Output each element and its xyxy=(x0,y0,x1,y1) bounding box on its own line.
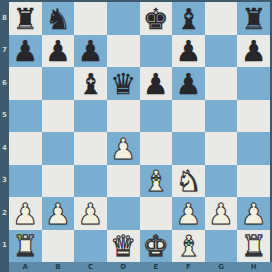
square-a8[interactable]: ♜ xyxy=(9,2,42,35)
square-a5[interactable] xyxy=(9,100,42,133)
file-label-c: C xyxy=(74,262,107,272)
square-e8[interactable]: ♚ xyxy=(140,2,173,35)
square-a2[interactable]: ♟ xyxy=(9,197,42,230)
square-b2[interactable]: ♟ xyxy=(42,197,75,230)
white-pawn-f2[interactable]: ♟ xyxy=(175,200,201,229)
rank-label-4: 4 xyxy=(0,132,9,165)
chess-board[interactable]: ♜♞♚♝♜♟♟♟♟♟♝♛♟♟♟♝♞♟♟♟♟♟♟♜♛♚♝♜ xyxy=(9,2,270,262)
square-h2[interactable]: ♟ xyxy=(237,197,270,230)
file-label-h: H xyxy=(237,262,270,272)
black-pawn-b7[interactable]: ♟ xyxy=(45,37,71,66)
square-e2[interactable] xyxy=(140,197,173,230)
square-e3[interactable]: ♝ xyxy=(140,165,173,198)
square-a3[interactable] xyxy=(9,165,42,198)
square-f2[interactable]: ♟ xyxy=(172,197,205,230)
square-f3[interactable]: ♞ xyxy=(172,165,205,198)
chess-board-frame: 87654321 ♜♞♚♝♜♟♟♟♟♟♝♛♟♟♟♝♞♟♟♟♟♟♟♜♛♚♝♜ AB… xyxy=(0,0,272,272)
square-h1[interactable]: ♜ xyxy=(237,230,270,263)
square-b8[interactable]: ♞ xyxy=(42,2,75,35)
square-h6[interactable] xyxy=(237,67,270,100)
black-pawn-c7[interactable]: ♟ xyxy=(78,37,104,66)
square-g7[interactable] xyxy=(205,35,238,68)
square-c1[interactable] xyxy=(74,230,107,263)
square-h8[interactable]: ♜ xyxy=(237,2,270,35)
white-pawn-b2[interactable]: ♟ xyxy=(45,200,71,229)
square-f4[interactable] xyxy=(172,132,205,165)
black-knight-b8[interactable]: ♞ xyxy=(45,5,71,34)
square-c6[interactable]: ♝ xyxy=(74,67,107,100)
rank-label-8: 8 xyxy=(0,2,9,35)
white-bishop-e3[interactable]: ♝ xyxy=(143,167,169,196)
square-g1[interactable] xyxy=(205,230,238,263)
square-c8[interactable] xyxy=(74,2,107,35)
white-pawn-h2[interactable]: ♟ xyxy=(241,200,267,229)
square-d5[interactable] xyxy=(107,100,140,133)
white-bishop-f1[interactable]: ♝ xyxy=(175,232,201,261)
square-b6[interactable] xyxy=(42,67,75,100)
rank-label-7: 7 xyxy=(0,35,9,68)
black-queen-d6[interactable]: ♛ xyxy=(110,70,136,99)
square-d2[interactable] xyxy=(107,197,140,230)
white-queen-d1[interactable]: ♛ xyxy=(110,232,136,261)
square-h3[interactable] xyxy=(237,165,270,198)
square-d6[interactable]: ♛ xyxy=(107,67,140,100)
square-f1[interactable]: ♝ xyxy=(172,230,205,263)
square-h5[interactable] xyxy=(237,100,270,133)
square-f5[interactable] xyxy=(172,100,205,133)
file-label-a: A xyxy=(9,262,42,272)
square-d3[interactable] xyxy=(107,165,140,198)
square-e1[interactable]: ♚ xyxy=(140,230,173,263)
square-a6[interactable] xyxy=(9,67,42,100)
square-d1[interactable]: ♛ xyxy=(107,230,140,263)
square-f8[interactable]: ♝ xyxy=(172,2,205,35)
square-e5[interactable] xyxy=(140,100,173,133)
square-g3[interactable] xyxy=(205,165,238,198)
square-b4[interactable] xyxy=(42,132,75,165)
square-c3[interactable] xyxy=(74,165,107,198)
black-pawn-f6[interactable]: ♟ xyxy=(175,70,201,99)
square-h4[interactable] xyxy=(237,132,270,165)
black-pawn-f7[interactable]: ♟ xyxy=(175,37,201,66)
white-rook-a1[interactable]: ♜ xyxy=(12,232,38,261)
white-pawn-c2[interactable]: ♟ xyxy=(78,200,104,229)
file-label-e: E xyxy=(140,262,173,272)
white-king-e1[interactable]: ♚ xyxy=(143,232,169,261)
file-label-f: F xyxy=(172,262,205,272)
file-label-b: B xyxy=(42,262,75,272)
square-b7[interactable]: ♟ xyxy=(42,35,75,68)
square-e6[interactable]: ♟ xyxy=(140,67,173,100)
rank-label-2: 2 xyxy=(0,197,9,230)
square-c7[interactable]: ♟ xyxy=(74,35,107,68)
white-pawn-d4[interactable]: ♟ xyxy=(110,135,136,164)
square-g8[interactable] xyxy=(205,2,238,35)
file-label-d: D xyxy=(107,262,140,272)
file-labels: ABCDEFGH xyxy=(9,262,272,272)
square-e4[interactable] xyxy=(140,132,173,165)
square-c5[interactable] xyxy=(74,100,107,133)
black-bishop-f8[interactable]: ♝ xyxy=(175,5,201,34)
black-rook-a8[interactable]: ♜ xyxy=(12,5,38,34)
square-g6[interactable] xyxy=(205,67,238,100)
rank-label-6: 6 xyxy=(0,67,9,100)
square-d4[interactable]: ♟ xyxy=(107,132,140,165)
square-c2[interactable]: ♟ xyxy=(74,197,107,230)
rank-label-1: 1 xyxy=(0,230,9,263)
square-g4[interactable] xyxy=(205,132,238,165)
black-pawn-h7[interactable]: ♟ xyxy=(241,37,267,66)
square-d7[interactable] xyxy=(107,35,140,68)
black-pawn-e6[interactable]: ♟ xyxy=(143,70,169,99)
rank-label-5: 5 xyxy=(0,100,9,133)
black-bishop-c6[interactable]: ♝ xyxy=(78,70,104,99)
square-a7[interactable]: ♟ xyxy=(9,35,42,68)
rank-labels: 87654321 xyxy=(0,2,9,262)
square-g5[interactable] xyxy=(205,100,238,133)
white-knight-f3[interactable]: ♞ xyxy=(175,167,201,196)
black-rook-h8[interactable]: ♜ xyxy=(241,5,267,34)
square-c4[interactable] xyxy=(74,132,107,165)
file-strip-right-spacer xyxy=(270,262,272,272)
square-b1[interactable] xyxy=(42,230,75,263)
square-b5[interactable] xyxy=(42,100,75,133)
rank-label-3: 3 xyxy=(0,165,9,198)
square-a4[interactable] xyxy=(9,132,42,165)
file-label-g: G xyxy=(205,262,238,272)
square-f6[interactable]: ♟ xyxy=(172,67,205,100)
square-d8[interactable] xyxy=(107,2,140,35)
white-pawn-g2[interactable]: ♟ xyxy=(208,200,234,229)
white-pawn-a2[interactable]: ♟ xyxy=(12,200,38,229)
square-g2[interactable]: ♟ xyxy=(205,197,238,230)
square-a1[interactable]: ♜ xyxy=(9,230,42,263)
square-h7[interactable]: ♟ xyxy=(237,35,270,68)
square-e7[interactable] xyxy=(140,35,173,68)
square-b3[interactable] xyxy=(42,165,75,198)
white-rook-h1[interactable]: ♜ xyxy=(241,232,267,261)
black-pawn-a7[interactable]: ♟ xyxy=(12,37,38,66)
black-king-e8[interactable]: ♚ xyxy=(143,5,169,34)
square-f7[interactable]: ♟ xyxy=(172,35,205,68)
